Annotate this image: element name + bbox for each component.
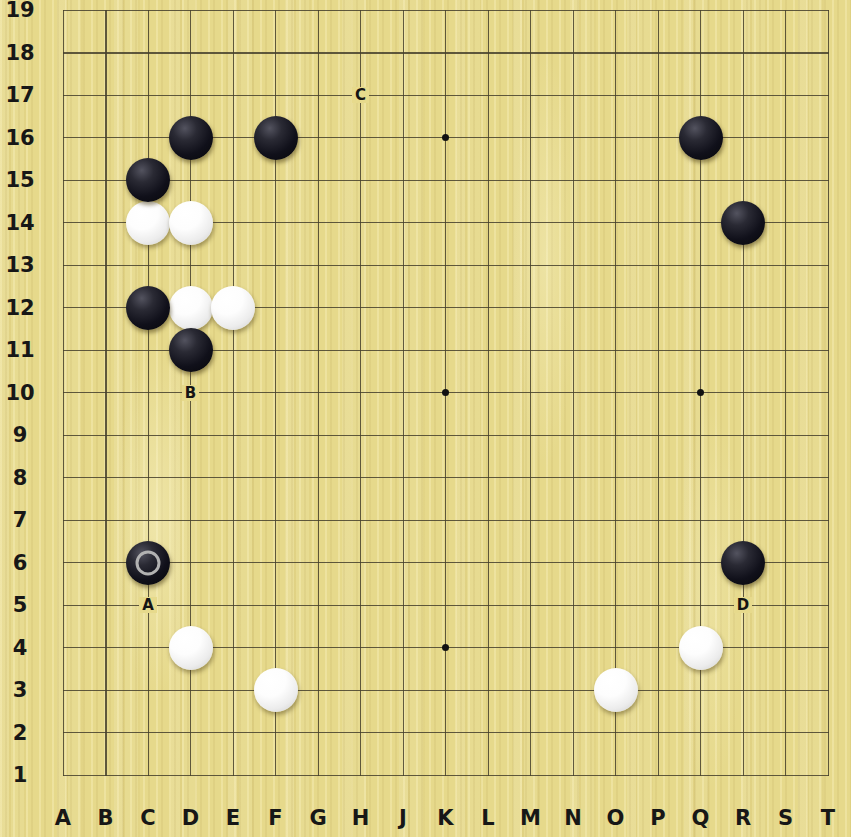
row-coordinate-label: 17 <box>0 84 40 106</box>
white-stone <box>169 626 213 670</box>
row-coordinate-label: 4 <box>0 637 40 659</box>
white-stone <box>211 286 255 330</box>
row-coordinate-label: 8 <box>0 467 40 489</box>
row-coordinate-label: 1 <box>0 764 40 786</box>
row-coordinate-label: 3 <box>0 679 40 701</box>
black-stone <box>169 116 213 160</box>
black-stone <box>126 158 170 202</box>
star-point <box>442 134 449 141</box>
star-point <box>442 389 449 396</box>
column-coordinate-label: N <box>552 807 594 829</box>
white-stone <box>126 201 170 245</box>
row-coordinate-label: 18 <box>0 42 40 64</box>
column-coordinate-label: E <box>212 807 254 829</box>
board-cells: ABCD <box>42 0 850 796</box>
column-coordinate-label: G <box>297 807 339 829</box>
star-point <box>442 644 449 651</box>
column-coordinate-label: T <box>807 807 849 829</box>
column-coordinate-label: O <box>595 807 637 829</box>
row-coordinate-label: 7 <box>0 509 40 531</box>
white-stone <box>679 626 723 670</box>
board-label-d[interactable]: D <box>734 597 752 613</box>
row-coordinate-label: 16 <box>0 127 40 149</box>
white-stone <box>169 286 213 330</box>
column-coordinate-label: J <box>382 807 424 829</box>
column-coordinate-label: A <box>42 807 84 829</box>
column-coordinate-label: H <box>340 807 382 829</box>
black-stone <box>126 541 170 585</box>
column-coordinate-label: F <box>255 807 297 829</box>
row-coordinate-label: 9 <box>0 424 40 446</box>
black-stone <box>721 541 765 585</box>
black-stone <box>169 328 213 372</box>
column-coordinate-label: C <box>127 807 169 829</box>
board-label-b[interactable]: B <box>182 385 199 401</box>
row-coordinate-label: 5 <box>0 594 40 616</box>
column-coordinate-label: S <box>765 807 807 829</box>
column-coordinate-label: L <box>467 807 509 829</box>
black-stone <box>126 286 170 330</box>
row-coordinate-label: 11 <box>0 339 40 361</box>
row-coordinate-label: 12 <box>0 297 40 319</box>
last-move-marker <box>136 550 161 575</box>
white-stone <box>254 668 298 712</box>
white-stone <box>594 668 638 712</box>
column-coordinate-label: B <box>85 807 127 829</box>
column-coordinate-label: K <box>425 807 467 829</box>
column-coordinate-label: P <box>637 807 679 829</box>
white-stone <box>169 201 213 245</box>
row-coordinate-label: 14 <box>0 212 40 234</box>
row-coordinate-label: 15 <box>0 169 40 191</box>
board-label-a[interactable]: A <box>139 597 157 613</box>
go-board[interactable]: ABCD 19181716151413121110987654321 ABCDE… <box>0 0 851 837</box>
star-point <box>697 389 704 396</box>
black-stone <box>679 116 723 160</box>
column-coordinate-label: R <box>722 807 764 829</box>
column-coordinate-label: M <box>510 807 552 829</box>
row-coordinate-label: 6 <box>0 552 40 574</box>
board-label-c[interactable]: C <box>352 87 369 103</box>
column-coordinate-label: Q <box>680 807 722 829</box>
row-coordinate-label: 10 <box>0 382 40 404</box>
column-coordinate-label: D <box>170 807 212 829</box>
row-coordinate-label: 13 <box>0 254 40 276</box>
row-coordinate-label: 2 <box>0 722 40 744</box>
black-stone <box>721 201 765 245</box>
row-coordinate-label: 19 <box>0 0 40 21</box>
black-stone <box>254 116 298 160</box>
